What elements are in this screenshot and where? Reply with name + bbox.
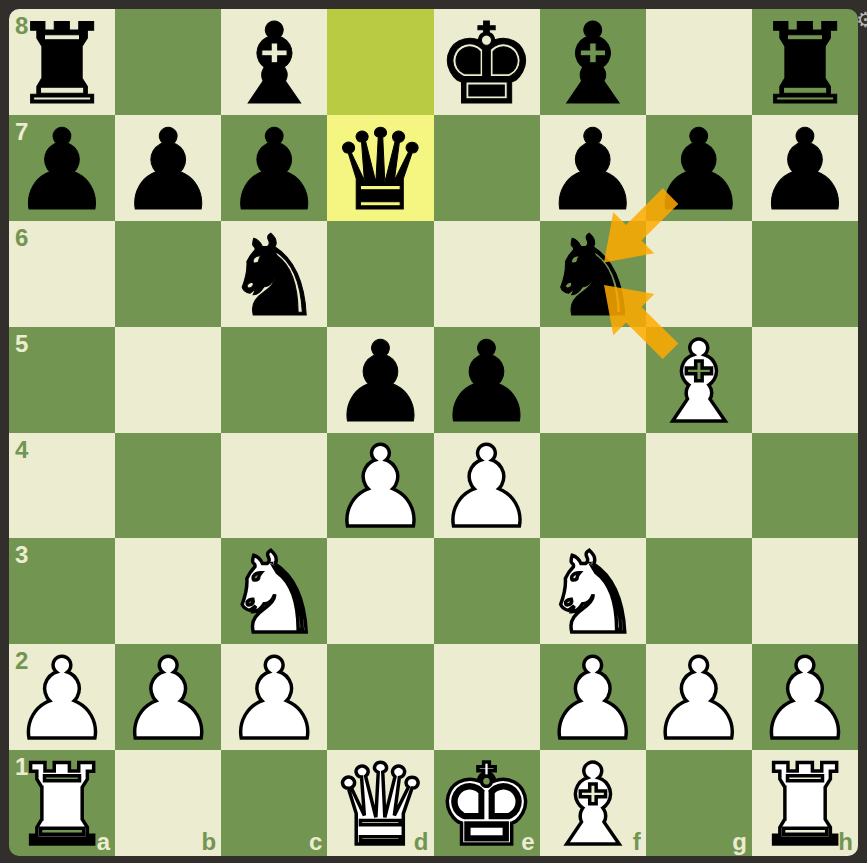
square-c3[interactable]: ♞	[221, 538, 327, 644]
square-h3[interactable]	[752, 538, 858, 644]
square-b2[interactable]: ♟	[115, 644, 221, 750]
piece-white-knight[interactable]: ♞	[221, 540, 327, 646]
square-d8[interactable]	[327, 9, 433, 115]
piece-black-bishop[interactable]: ♝	[540, 11, 646, 117]
piece-white-pawn[interactable]: ♟	[540, 646, 646, 752]
square-a2[interactable]: 2♟	[9, 644, 115, 750]
square-g6[interactable]	[646, 221, 752, 327]
square-b1[interactable]: b	[115, 750, 221, 856]
square-d2[interactable]	[327, 644, 433, 750]
chess-board[interactable]: 8♜♝♚♝♜7♟♟♟♛♟♟♟6♞♞5♟♟♝4♟♟3♞♞2♟♟♟♟♟♟1a♜bcd…	[9, 9, 858, 856]
square-e1[interactable]: e♚	[434, 750, 540, 856]
file-label-c: c	[309, 830, 322, 854]
square-a6[interactable]: 6	[9, 221, 115, 327]
piece-black-knight[interactable]: ♞	[540, 223, 646, 329]
piece-black-pawn[interactable]: ♟	[327, 329, 433, 435]
piece-white-pawn[interactable]: ♟	[327, 435, 433, 541]
square-h4[interactable]	[752, 433, 858, 539]
square-f8[interactable]: ♝	[540, 9, 646, 115]
square-f3[interactable]: ♞	[540, 538, 646, 644]
piece-white-queen[interactable]: ♛	[327, 752, 433, 856]
file-label-g: g	[732, 830, 747, 854]
square-g2[interactable]: ♟	[646, 644, 752, 750]
piece-black-pawn[interactable]: ♟	[752, 117, 858, 223]
square-h2[interactable]: ♟	[752, 644, 858, 750]
square-c4[interactable]	[221, 433, 327, 539]
piece-white-rook[interactable]: ♜	[752, 752, 858, 856]
piece-white-knight[interactable]: ♞	[540, 540, 646, 646]
square-d1[interactable]: d♛	[327, 750, 433, 856]
piece-black-pawn[interactable]: ♟	[646, 117, 752, 223]
piece-black-pawn[interactable]: ♟	[434, 329, 540, 435]
file-label-b: b	[202, 830, 217, 854]
square-h1[interactable]: h♜	[752, 750, 858, 856]
square-b8[interactable]	[115, 9, 221, 115]
square-e5[interactable]: ♟	[434, 327, 540, 433]
square-g4[interactable]	[646, 433, 752, 539]
square-a4[interactable]: 4	[9, 433, 115, 539]
piece-black-rook[interactable]: ♜	[9, 11, 115, 117]
square-e7[interactable]	[434, 115, 540, 221]
square-b6[interactable]	[115, 221, 221, 327]
square-a1[interactable]: 1a♜	[9, 750, 115, 856]
square-g5[interactable]: ♝	[646, 327, 752, 433]
square-e8[interactable]: ♚	[434, 9, 540, 115]
square-g7[interactable]: ♟	[646, 115, 752, 221]
square-b5[interactable]	[115, 327, 221, 433]
square-g3[interactable]	[646, 538, 752, 644]
square-b4[interactable]	[115, 433, 221, 539]
piece-white-pawn[interactable]: ♟	[646, 646, 752, 752]
square-g8[interactable]	[646, 9, 752, 115]
piece-black-knight[interactable]: ♞	[221, 223, 327, 329]
square-d7[interactable]: ♛	[327, 115, 433, 221]
piece-white-pawn[interactable]: ♟	[752, 646, 858, 752]
square-e2[interactable]	[434, 644, 540, 750]
square-g1[interactable]: g	[646, 750, 752, 856]
piece-black-pawn[interactable]: ♟	[9, 117, 115, 223]
square-c8[interactable]: ♝	[221, 9, 327, 115]
piece-white-bishop[interactable]: ♝	[540, 752, 646, 856]
square-f7[interactable]: ♟	[540, 115, 646, 221]
square-e4[interactable]: ♟	[434, 433, 540, 539]
piece-black-bishop[interactable]: ♝	[221, 11, 327, 117]
square-f6[interactable]: ♞	[540, 221, 646, 327]
piece-black-pawn[interactable]: ♟	[540, 117, 646, 223]
square-e6[interactable]	[434, 221, 540, 327]
square-a7[interactable]: 7♟	[9, 115, 115, 221]
square-c7[interactable]: ♟	[221, 115, 327, 221]
square-h6[interactable]	[752, 221, 858, 327]
piece-black-king[interactable]: ♚	[434, 11, 540, 117]
square-a5[interactable]: 5	[9, 327, 115, 433]
square-d4[interactable]: ♟	[327, 433, 433, 539]
square-h7[interactable]: ♟	[752, 115, 858, 221]
square-b7[interactable]: ♟	[115, 115, 221, 221]
piece-white-bishop[interactable]: ♝	[646, 329, 752, 435]
piece-black-pawn[interactable]: ♟	[115, 117, 221, 223]
piece-black-queen[interactable]: ♛	[327, 117, 433, 223]
square-h5[interactable]	[752, 327, 858, 433]
piece-white-rook[interactable]: ♜	[9, 752, 115, 856]
gear-icon[interactable]: ⚙	[856, 9, 867, 30]
square-d5[interactable]: ♟	[327, 327, 433, 433]
piece-white-pawn[interactable]: ♟	[221, 646, 327, 752]
rank-label-4: 4	[15, 438, 28, 462]
square-b3[interactable]	[115, 538, 221, 644]
square-d3[interactable]	[327, 538, 433, 644]
square-c6[interactable]: ♞	[221, 221, 327, 327]
square-d6[interactable]	[327, 221, 433, 327]
square-a3[interactable]: 3	[9, 538, 115, 644]
piece-white-pawn[interactable]: ♟	[434, 435, 540, 541]
piece-black-pawn[interactable]: ♟	[221, 117, 327, 223]
square-c1[interactable]: c	[221, 750, 327, 856]
square-c5[interactable]	[221, 327, 327, 433]
square-e3[interactable]	[434, 538, 540, 644]
square-f2[interactable]: ♟	[540, 644, 646, 750]
chess-board-screenshot: 8♜♝♚♝♜7♟♟♟♛♟♟♟6♞♞5♟♟♝4♟♟3♞♞2♟♟♟♟♟♟1a♜bcd…	[0, 0, 867, 863]
piece-white-pawn[interactable]: ♟	[115, 646, 221, 752]
piece-black-rook[interactable]: ♜	[752, 11, 858, 117]
square-f5[interactable]	[540, 327, 646, 433]
piece-white-pawn[interactable]: ♟	[9, 646, 115, 752]
rank-label-3: 3	[15, 543, 28, 567]
square-f4[interactable]	[540, 433, 646, 539]
square-c2[interactable]: ♟	[221, 644, 327, 750]
rank-label-5: 5	[15, 332, 28, 356]
square-a8[interactable]: 8♜	[9, 9, 115, 115]
piece-white-king[interactable]: ♚	[434, 752, 540, 856]
square-f1[interactable]: f♝	[540, 750, 646, 856]
square-h8[interactable]: ♜	[752, 9, 858, 115]
